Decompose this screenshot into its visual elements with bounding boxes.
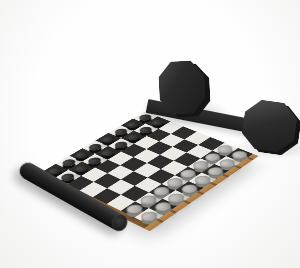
chess-board	[42, 111, 253, 224]
chess-board-wrap	[42, 111, 253, 224]
product-photo-roll-up-chess-set	[0, 0, 300, 268]
